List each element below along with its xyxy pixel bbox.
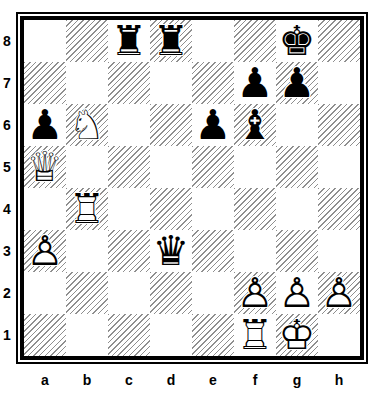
file-label-g: g	[276, 370, 318, 390]
square-c3[interactable]	[108, 230, 150, 272]
square-c7[interactable]	[108, 62, 150, 104]
file-label-a: a	[24, 370, 66, 390]
square-b1[interactable]	[66, 314, 108, 356]
square-e6[interactable]: ♟	[192, 104, 234, 146]
white-rook-b4-icon: ♜♖	[66, 188, 108, 230]
square-h3[interactable]	[318, 230, 360, 272]
square-h1[interactable]	[318, 314, 360, 356]
square-f4[interactable]	[234, 188, 276, 230]
black-rook-d8-icon: ♜	[150, 20, 192, 62]
file-label-c: c	[108, 370, 150, 390]
square-a4[interactable]	[24, 188, 66, 230]
chess-board-diagram: 87654321 ♜♜♚♟♟♟♞♘♟♝♛♕♜♖♟♙♛♟♙♟♙♟♙♜♖♚♔ abc…	[0, 0, 387, 394]
file-label-b: b	[66, 370, 108, 390]
white-pawn-f2-icon: ♟♙	[234, 272, 276, 314]
square-e3[interactable]	[192, 230, 234, 272]
rank-label-5: 5	[0, 146, 14, 188]
square-b3[interactable]	[66, 230, 108, 272]
square-g4[interactable]	[276, 188, 318, 230]
square-d2[interactable]	[150, 272, 192, 314]
square-f5[interactable]	[234, 146, 276, 188]
black-queen-d3-icon: ♛	[150, 230, 192, 272]
square-b8[interactable]	[66, 20, 108, 62]
square-b7[interactable]	[66, 62, 108, 104]
square-d5[interactable]	[150, 146, 192, 188]
square-h8[interactable]	[318, 20, 360, 62]
square-g2[interactable]: ♟♙	[276, 272, 318, 314]
board-grid: ♜♜♚♟♟♟♞♘♟♝♛♕♜♖♟♙♛♟♙♟♙♟♙♜♖♚♔	[24, 20, 360, 356]
square-c1[interactable]	[108, 314, 150, 356]
square-f7[interactable]: ♟	[234, 62, 276, 104]
file-label-d: d	[150, 370, 192, 390]
square-g5[interactable]	[276, 146, 318, 188]
black-pawn-g7-icon: ♟	[276, 62, 318, 104]
black-pawn-e6-icon: ♟	[192, 104, 234, 146]
square-f3[interactable]	[234, 230, 276, 272]
black-pawn-a6-icon: ♟	[24, 104, 66, 146]
rank-label-7: 7	[0, 62, 14, 104]
square-h6[interactable]	[318, 104, 360, 146]
white-queen-a5-icon: ♛♕	[24, 146, 66, 188]
square-d3[interactable]: ♛	[150, 230, 192, 272]
board-inner-border: ♜♜♚♟♟♟♞♘♟♝♛♕♜♖♟♙♛♟♙♟♙♟♙♜♖♚♔	[20, 16, 364, 360]
square-d4[interactable]	[150, 188, 192, 230]
square-c4[interactable]	[108, 188, 150, 230]
square-d6[interactable]	[150, 104, 192, 146]
rank-label-3: 3	[0, 230, 14, 272]
square-d1[interactable]	[150, 314, 192, 356]
square-a5[interactable]: ♛♕	[24, 146, 66, 188]
square-b5[interactable]	[66, 146, 108, 188]
white-pawn-h2-icon: ♟♙	[318, 272, 360, 314]
black-pawn-f7-icon: ♟	[234, 62, 276, 104]
square-h4[interactable]	[318, 188, 360, 230]
black-king-g8-icon: ♚	[276, 20, 318, 62]
rank-label-2: 2	[0, 272, 14, 314]
square-g7[interactable]: ♟	[276, 62, 318, 104]
white-rook-f1-icon: ♜♖	[234, 314, 276, 356]
file-label-e: e	[192, 370, 234, 390]
rank-label-8: 8	[0, 20, 14, 62]
file-label-f: f	[234, 370, 276, 390]
square-e2[interactable]	[192, 272, 234, 314]
square-a8[interactable]	[24, 20, 66, 62]
white-pawn-a3-icon: ♟♙	[24, 230, 66, 272]
square-h7[interactable]	[318, 62, 360, 104]
square-d8[interactable]: ♜	[150, 20, 192, 62]
black-rook-c8-icon: ♜	[108, 20, 150, 62]
square-g6[interactable]	[276, 104, 318, 146]
square-a1[interactable]	[24, 314, 66, 356]
square-h2[interactable]: ♟♙	[318, 272, 360, 314]
square-e4[interactable]	[192, 188, 234, 230]
square-g1[interactable]: ♚♔	[276, 314, 318, 356]
file-label-h: h	[318, 370, 360, 390]
rank-label-1: 1	[0, 314, 14, 356]
square-a2[interactable]	[24, 272, 66, 314]
square-a3[interactable]: ♟♙	[24, 230, 66, 272]
square-e5[interactable]	[192, 146, 234, 188]
rank-label-4: 4	[0, 188, 14, 230]
square-g8[interactable]: ♚	[276, 20, 318, 62]
file-labels: abcdefgh	[24, 370, 360, 390]
square-e7[interactable]	[192, 62, 234, 104]
square-b2[interactable]	[66, 272, 108, 314]
square-g3[interactable]	[276, 230, 318, 272]
black-bishop-f6-icon: ♝	[234, 104, 276, 146]
square-f2[interactable]: ♟♙	[234, 272, 276, 314]
board-outer-border: ♜♜♚♟♟♟♞♘♟♝♛♕♜♖♟♙♛♟♙♟♙♟♙♜♖♚♔	[16, 12, 368, 364]
rank-labels: 87654321	[0, 20, 14, 356]
square-h5[interactable]	[318, 146, 360, 188]
square-e1[interactable]	[192, 314, 234, 356]
white-knight-b6-icon: ♞♘	[66, 104, 108, 146]
square-f1[interactable]: ♜♖	[234, 314, 276, 356]
square-f6[interactable]: ♝	[234, 104, 276, 146]
white-king-g1-icon: ♚♔	[276, 314, 318, 356]
square-c2[interactable]	[108, 272, 150, 314]
square-c8[interactable]: ♜	[108, 20, 150, 62]
square-b4[interactable]: ♜♖	[66, 188, 108, 230]
square-a7[interactable]	[24, 62, 66, 104]
square-c5[interactable]	[108, 146, 150, 188]
white-pawn-g2-icon: ♟♙	[276, 272, 318, 314]
square-a6[interactable]: ♟	[24, 104, 66, 146]
square-c6[interactable]	[108, 104, 150, 146]
square-d7[interactable]	[150, 62, 192, 104]
square-f8[interactable]	[234, 20, 276, 62]
square-b6[interactable]: ♞♘	[66, 104, 108, 146]
rank-label-6: 6	[0, 104, 14, 146]
square-e8[interactable]	[192, 20, 234, 62]
